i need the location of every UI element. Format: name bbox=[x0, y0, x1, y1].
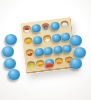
memory-board bbox=[20, 17, 77, 74]
blue-peg-loose-right[interactable] bbox=[70, 35, 82, 46]
picture-hole-sun[interactable] bbox=[23, 37, 32, 45]
picture-apple bbox=[28, 63, 34, 68]
picture-hole-sun2[interactable] bbox=[36, 60, 45, 68]
blue-peg-loose-left[interactable] bbox=[5, 34, 17, 45]
blue-peg-on-board[interactable] bbox=[32, 36, 42, 46]
blue-peg-loose-right[interactable] bbox=[70, 58, 82, 69]
picture-hole-cloud[interactable] bbox=[60, 21, 69, 29]
picture-hole-boat[interactable] bbox=[41, 23, 50, 31]
photo-background bbox=[0, 0, 91, 100]
picture-boat bbox=[43, 25, 49, 30]
picture-sun bbox=[25, 39, 31, 44]
picture-hole-rainbow[interactable] bbox=[25, 49, 34, 57]
picture-hole-duck[interactable] bbox=[42, 35, 51, 43]
picture-mushroom bbox=[24, 27, 30, 32]
blue-peg-on-board[interactable] bbox=[53, 45, 63, 55]
blue-peg-loose-left[interactable] bbox=[2, 46, 14, 57]
picture-duck bbox=[44, 37, 50, 42]
picture-cloud bbox=[62, 22, 68, 27]
picture-hole-apple[interactable] bbox=[26, 61, 35, 69]
picture-hole-mushroom[interactable] bbox=[22, 26, 31, 34]
blue-peg-on-board[interactable] bbox=[51, 33, 61, 43]
blue-peg-on-board[interactable] bbox=[50, 21, 60, 31]
picture-rainbow bbox=[27, 51, 33, 56]
blue-peg-on-board[interactable] bbox=[43, 46, 53, 56]
red-arc-picture-peek bbox=[45, 63, 53, 68]
picture-duck2 bbox=[57, 59, 63, 64]
blue-peg-on-board[interactable] bbox=[31, 24, 41, 34]
blue-peg-loose-left[interactable] bbox=[8, 69, 20, 80]
blue-peg-on-board[interactable] bbox=[62, 44, 72, 54]
picture-hole-duck2[interactable] bbox=[55, 58, 64, 66]
picture-sun2 bbox=[38, 62, 44, 67]
blue-peg-loose-left[interactable] bbox=[4, 58, 16, 69]
blue-peg-on-board[interactable] bbox=[34, 48, 44, 58]
blue-peg-loose-right[interactable] bbox=[74, 47, 86, 58]
